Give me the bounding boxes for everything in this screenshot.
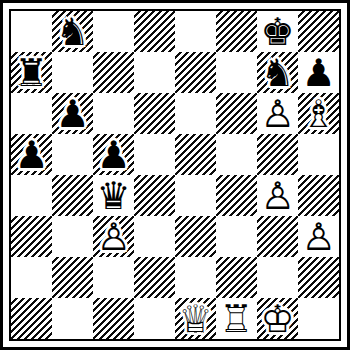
square-g4[interactable]: ♟♙ — [257, 175, 298, 216]
piece-halo: ♝ — [298, 93, 339, 134]
piece-halo: ♚ — [257, 298, 298, 339]
piece-halo: ♛ — [175, 298, 216, 339]
square-d4[interactable] — [134, 175, 175, 216]
square-a7[interactable]: ♜♜ — [11, 52, 52, 93]
square-c7[interactable] — [93, 52, 134, 93]
square-e8[interactable] — [175, 11, 216, 52]
square-b8[interactable]: ♞♞ — [52, 11, 93, 52]
square-d8[interactable] — [134, 11, 175, 52]
square-c5[interactable]: ♟♟ — [93, 134, 134, 175]
black-knight: ♞ — [257, 52, 298, 93]
square-e2[interactable] — [175, 257, 216, 298]
square-g3[interactable] — [257, 216, 298, 257]
square-e1[interactable]: ♛♕ — [175, 298, 216, 339]
square-d6[interactable] — [134, 93, 175, 134]
piece-halo: ♚ — [257, 11, 298, 52]
white-rook: ♖ — [216, 298, 257, 339]
square-b7[interactable] — [52, 52, 93, 93]
square-f1[interactable]: ♜♖ — [216, 298, 257, 339]
white-pawn: ♙ — [257, 93, 298, 134]
square-h5[interactable] — [298, 134, 339, 175]
white-bishop: ♗ — [298, 93, 339, 134]
piece-halo: ♜ — [11, 52, 52, 93]
black-pawn: ♟ — [93, 134, 134, 175]
square-d1[interactable] — [134, 298, 175, 339]
square-d3[interactable] — [134, 216, 175, 257]
square-h2[interactable] — [298, 257, 339, 298]
square-d2[interactable] — [134, 257, 175, 298]
square-h7[interactable]: ♟♟ — [298, 52, 339, 93]
square-d5[interactable] — [134, 134, 175, 175]
black-king: ♚ — [257, 11, 298, 52]
square-c4[interactable]: ♛♛ — [93, 175, 134, 216]
square-c1[interactable] — [93, 298, 134, 339]
square-b6[interactable]: ♟♟ — [52, 93, 93, 134]
piece-halo: ♟ — [11, 134, 52, 175]
black-queen: ♛ — [93, 175, 134, 216]
square-e4[interactable] — [175, 175, 216, 216]
piece-halo: ♟ — [298, 52, 339, 93]
square-f5[interactable] — [216, 134, 257, 175]
square-h3[interactable]: ♟♙ — [298, 216, 339, 257]
black-rook: ♜ — [11, 52, 52, 93]
square-h6[interactable]: ♝♗ — [298, 93, 339, 134]
square-c8[interactable] — [93, 11, 134, 52]
board: ♞♞♚♚♜♜♞♞♟♟♟♟♟♙♝♗♟♟♟♟♛♛♟♙♟♙♟♙♛♕♜♖♚♔ — [9, 9, 341, 341]
square-e5[interactable] — [175, 134, 216, 175]
square-g8[interactable]: ♚♚ — [257, 11, 298, 52]
piece-halo: ♟ — [298, 216, 339, 257]
square-g6[interactable]: ♟♙ — [257, 93, 298, 134]
piece-halo: ♟ — [93, 216, 134, 257]
square-h4[interactable] — [298, 175, 339, 216]
square-a4[interactable] — [11, 175, 52, 216]
square-g1[interactable]: ♚♔ — [257, 298, 298, 339]
square-a2[interactable] — [11, 257, 52, 298]
square-c6[interactable] — [93, 93, 134, 134]
square-c2[interactable] — [93, 257, 134, 298]
square-b3[interactable] — [52, 216, 93, 257]
square-b5[interactable] — [52, 134, 93, 175]
black-pawn: ♟ — [11, 134, 52, 175]
piece-halo: ♟ — [52, 93, 93, 134]
piece-halo: ♜ — [216, 298, 257, 339]
white-pawn: ♙ — [257, 175, 298, 216]
square-e7[interactable] — [175, 52, 216, 93]
square-a8[interactable] — [11, 11, 52, 52]
square-b4[interactable] — [52, 175, 93, 216]
white-queen: ♕ — [175, 298, 216, 339]
square-d7[interactable] — [134, 52, 175, 93]
square-f3[interactable] — [216, 216, 257, 257]
piece-halo: ♞ — [257, 52, 298, 93]
piece-halo: ♟ — [257, 175, 298, 216]
square-e6[interactable] — [175, 93, 216, 134]
black-pawn: ♟ — [298, 52, 339, 93]
piece-halo: ♟ — [257, 93, 298, 134]
square-b1[interactable] — [52, 298, 93, 339]
piece-halo: ♟ — [93, 134, 134, 175]
square-g2[interactable] — [257, 257, 298, 298]
white-pawn: ♙ — [93, 216, 134, 257]
square-a6[interactable] — [11, 93, 52, 134]
white-pawn: ♙ — [298, 216, 339, 257]
square-f4[interactable] — [216, 175, 257, 216]
square-g7[interactable]: ♞♞ — [257, 52, 298, 93]
square-f2[interactable] — [216, 257, 257, 298]
square-g5[interactable] — [257, 134, 298, 175]
white-king: ♔ — [257, 298, 298, 339]
square-c3[interactable]: ♟♙ — [93, 216, 134, 257]
square-h8[interactable] — [298, 11, 339, 52]
square-a1[interactable] — [11, 298, 52, 339]
square-e3[interactable] — [175, 216, 216, 257]
square-a5[interactable]: ♟♟ — [11, 134, 52, 175]
square-f6[interactable] — [216, 93, 257, 134]
piece-halo: ♛ — [93, 175, 134, 216]
square-a3[interactable] — [11, 216, 52, 257]
square-h1[interactable] — [298, 298, 339, 339]
piece-halo: ♞ — [52, 11, 93, 52]
square-f8[interactable] — [216, 11, 257, 52]
black-knight: ♞ — [52, 11, 93, 52]
black-pawn: ♟ — [52, 93, 93, 134]
square-f7[interactable] — [216, 52, 257, 93]
square-b2[interactable] — [52, 257, 93, 298]
